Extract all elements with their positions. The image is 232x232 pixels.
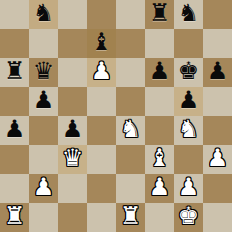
square-f4[interactable]: [145, 116, 174, 145]
square-c8[interactable]: [58, 0, 87, 29]
piece-black-bishop[interactable]: ♝: [91, 29, 113, 57]
square-g2[interactable]: ♟: [174, 174, 203, 203]
square-e3[interactable]: [116, 145, 145, 174]
square-g5[interactable]: ♟: [174, 87, 203, 116]
square-c7[interactable]: [58, 29, 87, 58]
piece-black-pawn[interactable]: ♟: [4, 116, 26, 144]
square-b6[interactable]: ♛: [29, 58, 58, 87]
square-b3[interactable]: [29, 145, 58, 174]
square-b1[interactable]: [29, 203, 58, 232]
square-h6[interactable]: ♟: [203, 58, 232, 87]
piece-white-knight[interactable]: ♞: [120, 116, 142, 144]
square-f2[interactable]: ♟: [145, 174, 174, 203]
piece-black-rook[interactable]: ♜: [4, 58, 26, 86]
square-c3[interactable]: ♛: [58, 145, 87, 174]
piece-black-pawn[interactable]: ♟: [33, 87, 55, 115]
piece-white-rook[interactable]: ♜: [120, 203, 142, 231]
square-f1[interactable]: [145, 203, 174, 232]
square-d6[interactable]: ♟: [87, 58, 116, 87]
square-c1[interactable]: [58, 203, 87, 232]
piece-white-knight[interactable]: ♞: [178, 116, 200, 144]
piece-black-pawn[interactable]: ♟: [178, 87, 200, 115]
piece-white-king[interactable]: ♚: [178, 203, 200, 231]
square-c6[interactable]: [58, 58, 87, 87]
piece-white-pawn[interactable]: ♟: [149, 174, 171, 202]
piece-white-pawn[interactable]: ♟: [91, 58, 113, 86]
square-h3[interactable]: ♟: [203, 145, 232, 174]
square-d1[interactable]: [87, 203, 116, 232]
square-b4[interactable]: [29, 116, 58, 145]
square-e7[interactable]: [116, 29, 145, 58]
square-h7[interactable]: [203, 29, 232, 58]
piece-black-king[interactable]: ♚: [178, 58, 200, 86]
square-a5[interactable]: [0, 87, 29, 116]
chessboard: ♞♜♞♝♜♛♟♟♚♟♟♟♟♟♞♞♛♝♟♟♟♟♜♜♚: [0, 0, 232, 232]
square-b7[interactable]: [29, 29, 58, 58]
piece-white-pawn[interactable]: ♟: [207, 145, 229, 173]
piece-white-pawn[interactable]: ♟: [178, 174, 200, 202]
square-g1[interactable]: ♚: [174, 203, 203, 232]
square-e5[interactable]: [116, 87, 145, 116]
chessboard-container: ♞♜♞♝♜♛♟♟♚♟♟♟♟♟♞♞♛♝♟♟♟♟♜♜♚: [0, 0, 232, 232]
square-b5[interactable]: ♟: [29, 87, 58, 116]
square-f6[interactable]: ♟: [145, 58, 174, 87]
piece-black-pawn[interactable]: ♟: [62, 116, 84, 144]
square-g3[interactable]: [174, 145, 203, 174]
piece-white-pawn[interactable]: ♟: [33, 174, 55, 202]
square-e2[interactable]: [116, 174, 145, 203]
square-h4[interactable]: [203, 116, 232, 145]
square-e6[interactable]: [116, 58, 145, 87]
square-d8[interactable]: [87, 0, 116, 29]
square-d3[interactable]: [87, 145, 116, 174]
square-h2[interactable]: [203, 174, 232, 203]
square-h5[interactable]: [203, 87, 232, 116]
square-e4[interactable]: ♞: [116, 116, 145, 145]
square-e1[interactable]: ♜: [116, 203, 145, 232]
square-a3[interactable]: [0, 145, 29, 174]
square-c2[interactable]: [58, 174, 87, 203]
square-c4[interactable]: ♟: [58, 116, 87, 145]
square-a1[interactable]: ♜: [0, 203, 29, 232]
square-h1[interactable]: [203, 203, 232, 232]
square-f7[interactable]: [145, 29, 174, 58]
square-a7[interactable]: [0, 29, 29, 58]
square-d5[interactable]: [87, 87, 116, 116]
square-g4[interactable]: ♞: [174, 116, 203, 145]
square-g6[interactable]: ♚: [174, 58, 203, 87]
square-h8[interactable]: [203, 0, 232, 29]
square-g7[interactable]: [174, 29, 203, 58]
piece-white-bishop[interactable]: ♝: [149, 145, 171, 173]
square-e8[interactable]: [116, 0, 145, 29]
square-f3[interactable]: ♝: [145, 145, 174, 174]
piece-black-knight[interactable]: ♞: [178, 0, 200, 28]
square-c5[interactable]: [58, 87, 87, 116]
square-b2[interactable]: ♟: [29, 174, 58, 203]
piece-black-pawn[interactable]: ♟: [207, 58, 229, 86]
square-a6[interactable]: ♜: [0, 58, 29, 87]
piece-black-rook[interactable]: ♜: [149, 0, 171, 28]
square-a2[interactable]: [0, 174, 29, 203]
square-g8[interactable]: ♞: [174, 0, 203, 29]
piece-black-knight[interactable]: ♞: [33, 0, 55, 28]
piece-white-rook[interactable]: ♜: [4, 203, 26, 231]
square-a8[interactable]: [0, 0, 29, 29]
square-d4[interactable]: [87, 116, 116, 145]
square-f5[interactable]: [145, 87, 174, 116]
square-b8[interactable]: ♞: [29, 0, 58, 29]
square-f8[interactable]: ♜: [145, 0, 174, 29]
square-a4[interactable]: ♟: [0, 116, 29, 145]
piece-white-queen[interactable]: ♛: [62, 145, 84, 173]
piece-black-pawn[interactable]: ♟: [149, 58, 171, 86]
piece-black-queen[interactable]: ♛: [33, 58, 55, 86]
square-d7[interactable]: ♝: [87, 29, 116, 58]
square-d2[interactable]: [87, 174, 116, 203]
